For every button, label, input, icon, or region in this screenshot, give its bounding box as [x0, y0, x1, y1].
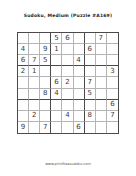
- cell-r1c3: [40, 33, 51, 44]
- cell-r7c8: [96, 100, 107, 111]
- cell-r6c9: [107, 89, 118, 100]
- cell-r9c5: [62, 122, 73, 133]
- sudoku-grid: 5674916675421362784562487976: [17, 32, 119, 134]
- cell-r4c9: 3: [107, 66, 118, 77]
- cell-r2c1: 4: [18, 44, 29, 55]
- cell-r3c9: [107, 55, 118, 66]
- cell-r7c9: 6: [107, 100, 118, 111]
- cell-r8c5: 4: [62, 111, 73, 122]
- cell-r2c6: [74, 44, 85, 55]
- cell-r5c2: [29, 77, 40, 88]
- cell-r1c5: 6: [62, 33, 73, 44]
- cell-r6c7: 5: [85, 89, 96, 100]
- cell-r6c3: 8: [40, 89, 51, 100]
- cell-r9c7: [85, 122, 96, 133]
- cell-r3c2: 7: [29, 55, 40, 66]
- cell-r5c1: [18, 77, 29, 88]
- cell-r4c5: [62, 66, 73, 77]
- cell-r5c4: 6: [51, 77, 62, 88]
- cell-r4c2: 1: [29, 66, 40, 77]
- cell-r4c4: [51, 66, 62, 77]
- cell-r2c5: [62, 44, 73, 55]
- cell-r1c9: [107, 33, 118, 44]
- cell-r2c3: 9: [40, 44, 51, 55]
- cell-r2c8: [96, 44, 107, 55]
- cell-r5c3: [40, 77, 51, 88]
- cell-r8c6: [74, 111, 85, 122]
- cell-r8c3: [40, 111, 51, 122]
- cell-r9c8: [96, 122, 107, 133]
- cell-r4c6: [74, 66, 85, 77]
- cell-r7c2: [29, 100, 40, 111]
- cell-r7c7: [85, 100, 96, 111]
- cell-r6c4: 4: [51, 89, 62, 100]
- cell-r5c8: [96, 77, 107, 88]
- cell-r7c3: [40, 100, 51, 111]
- cell-r1c1: [18, 33, 29, 44]
- cell-r2c4: 1: [51, 44, 62, 55]
- cell-r6c1: [18, 89, 29, 100]
- cell-r2c2: [29, 44, 40, 55]
- cell-r6c6: [74, 89, 85, 100]
- cell-r5c7: 7: [85, 77, 96, 88]
- cell-r7c1: [18, 100, 29, 111]
- cell-r7c6: [74, 100, 85, 111]
- cell-r3c8: [96, 55, 107, 66]
- cell-r9c3: 7: [40, 122, 51, 133]
- cell-r8c7: 8: [85, 111, 96, 122]
- cell-r9c1: 9: [18, 122, 29, 133]
- cell-r5c6: [74, 77, 85, 88]
- cell-r9c9: [107, 122, 118, 133]
- cell-r8c1: [18, 111, 29, 122]
- cell-r6c8: [96, 89, 107, 100]
- cell-r4c3: [40, 66, 51, 77]
- footer-url: www.printfreesudoku.com: [0, 162, 136, 166]
- cell-r1c4: 5: [51, 33, 62, 44]
- cell-r3c1: 6: [18, 55, 29, 66]
- cell-r2c7: 6: [85, 44, 96, 55]
- cell-r3c7: [85, 55, 96, 66]
- cell-r2c9: [107, 44, 118, 55]
- cell-r4c7: [85, 66, 96, 77]
- cell-r8c9: 7: [107, 111, 118, 122]
- cell-r9c4: [51, 122, 62, 133]
- cell-r1c8: 7: [96, 33, 107, 44]
- cell-r4c1: 2: [18, 66, 29, 77]
- cell-r6c2: [29, 89, 40, 100]
- cell-r3c3: 5: [40, 55, 51, 66]
- sudoku-page: Sudoku, Medium (Puzzle #A169) 5674916675…: [0, 0, 136, 176]
- cell-r8c8: [96, 111, 107, 122]
- cell-r4c8: [96, 66, 107, 77]
- cell-r9c2: [29, 122, 40, 133]
- cell-r1c2: [29, 33, 40, 44]
- cell-r7c4: [51, 100, 62, 111]
- cell-r8c2: 2: [29, 111, 40, 122]
- cell-r8c4: [51, 111, 62, 122]
- cell-r3c5: [62, 55, 73, 66]
- cell-r9c6: 6: [74, 122, 85, 133]
- cell-r3c6: 4: [74, 55, 85, 66]
- cell-r1c6: [74, 33, 85, 44]
- cell-r3c4: [51, 55, 62, 66]
- cell-r5c5: 2: [62, 77, 73, 88]
- cell-r1c7: [85, 33, 96, 44]
- page-title: Sudoku, Medium (Puzzle #A169): [0, 13, 136, 18]
- cell-r7c5: [62, 100, 73, 111]
- cell-r6c5: [62, 89, 73, 100]
- cell-r5c9: [107, 77, 118, 88]
